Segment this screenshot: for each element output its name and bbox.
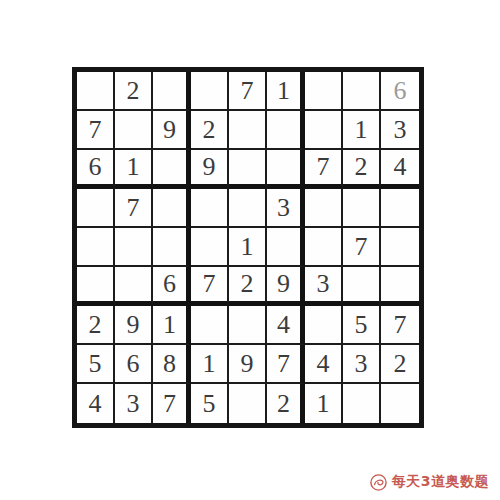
cell-r6c6[interactable]: 9 xyxy=(267,267,305,306)
cell-r8c9[interactable]: 2 xyxy=(381,345,419,384)
cell-r9c2[interactable]: 3 xyxy=(115,384,153,423)
cell-r4c4[interactable] xyxy=(191,189,229,228)
cell-r5c2[interactable] xyxy=(115,228,153,267)
cell-r3c6[interactable] xyxy=(267,150,305,189)
cell-r3c9[interactable]: 4 xyxy=(381,150,419,189)
cell-r4c5[interactable] xyxy=(229,189,267,228)
cell-r8c8[interactable]: 3 xyxy=(343,345,381,384)
cell-r1c5[interactable]: 7 xyxy=(229,72,267,111)
cell-r4c8[interactable] xyxy=(343,189,381,228)
cell-r7c5[interactable] xyxy=(229,306,267,345)
cell-r7c1[interactable]: 2 xyxy=(77,306,115,345)
cell-r7c8[interactable]: 5 xyxy=(343,306,381,345)
cell-r9c7[interactable]: 1 xyxy=(305,384,343,423)
cell-r1c8[interactable] xyxy=(343,72,381,111)
cell-r9c8[interactable] xyxy=(343,384,381,423)
cell-r2c5[interactable] xyxy=(229,111,267,150)
cell-r5c6[interactable] xyxy=(267,228,305,267)
cell-r4c1[interactable] xyxy=(77,189,115,228)
cell-r8c6[interactable]: 7 xyxy=(267,345,305,384)
cell-r8c5[interactable]: 9 xyxy=(229,345,267,384)
cell-r8c4[interactable]: 1 xyxy=(191,345,229,384)
cell-r1c4[interactable] xyxy=(191,72,229,111)
cell-r3c8[interactable]: 2 xyxy=(343,150,381,189)
cell-r8c1[interactable]: 5 xyxy=(77,345,115,384)
cell-r4c7[interactable] xyxy=(305,189,343,228)
cell-r2c9[interactable]: 3 xyxy=(381,111,419,150)
cell-r3c2[interactable]: 1 xyxy=(115,150,153,189)
cell-r5c4[interactable] xyxy=(191,228,229,267)
watermark-text: 每天3道奥数题 xyxy=(392,473,489,491)
cell-r6c2[interactable] xyxy=(115,267,153,306)
cell-r3c4[interactable]: 9 xyxy=(191,150,229,189)
cell-r9c5[interactable] xyxy=(229,384,267,423)
cell-r7c7[interactable] xyxy=(305,306,343,345)
cell-r3c3[interactable] xyxy=(153,150,191,189)
cell-r8c3[interactable]: 8 xyxy=(153,345,191,384)
cell-r5c8[interactable]: 7 xyxy=(343,228,381,267)
cell-r4c2[interactable]: 7 xyxy=(115,189,153,228)
cell-r6c8[interactable] xyxy=(343,267,381,306)
cell-r6c5[interactable]: 2 xyxy=(229,267,267,306)
cell-r3c5[interactable] xyxy=(229,150,267,189)
cell-r1c1[interactable] xyxy=(77,72,115,111)
cell-r4c3[interactable] xyxy=(153,189,191,228)
cell-r5c9[interactable] xyxy=(381,228,419,267)
cell-r9c9[interactable] xyxy=(381,384,419,423)
cell-r9c3[interactable]: 7 xyxy=(153,384,191,423)
cell-r7c9[interactable]: 7 xyxy=(381,306,419,345)
cell-r2c8[interactable]: 1 xyxy=(343,111,381,150)
cell-r4c9[interactable] xyxy=(381,189,419,228)
cell-r1c3[interactable] xyxy=(153,72,191,111)
cell-r7c2[interactable]: 9 xyxy=(115,306,153,345)
cell-r7c3[interactable]: 1 xyxy=(153,306,191,345)
page: 2716792136197247317672932914575681974324… xyxy=(0,0,500,500)
cell-r9c6[interactable]: 2 xyxy=(267,384,305,423)
cell-r3c1[interactable]: 6 xyxy=(77,150,115,189)
cell-r3c7[interactable]: 7 xyxy=(305,150,343,189)
cell-r1c9[interactable]: 6 xyxy=(381,72,419,111)
cell-r2c6[interactable] xyxy=(267,111,305,150)
sudoku-board: 2716792136197247317672932914575681974324… xyxy=(72,67,424,428)
cell-r2c1[interactable]: 7 xyxy=(77,111,115,150)
cell-r6c7[interactable]: 3 xyxy=(305,267,343,306)
cell-r1c6[interactable]: 1 xyxy=(267,72,305,111)
cell-r2c7[interactable] xyxy=(305,111,343,150)
cell-r5c1[interactable] xyxy=(77,228,115,267)
watermark: 每天3道奥数题 xyxy=(370,473,489,491)
shrimp-logo-icon xyxy=(370,474,387,491)
cell-r6c9[interactable] xyxy=(381,267,419,306)
cell-r7c6[interactable]: 4 xyxy=(267,306,305,345)
cell-r6c4[interactable]: 7 xyxy=(191,267,229,306)
cell-r6c1[interactable] xyxy=(77,267,115,306)
cell-r1c7[interactable] xyxy=(305,72,343,111)
cell-r8c7[interactable]: 4 xyxy=(305,345,343,384)
cell-r7c4[interactable] xyxy=(191,306,229,345)
cell-r9c1[interactable]: 4 xyxy=(77,384,115,423)
cell-r5c5[interactable]: 1 xyxy=(229,228,267,267)
cell-r2c4[interactable]: 2 xyxy=(191,111,229,150)
cell-r6c3[interactable]: 6 xyxy=(153,267,191,306)
cell-r5c3[interactable] xyxy=(153,228,191,267)
cell-r1c2[interactable]: 2 xyxy=(115,72,153,111)
cell-r5c7[interactable] xyxy=(305,228,343,267)
cell-r8c2[interactable]: 6 xyxy=(115,345,153,384)
cell-r4c6[interactable]: 3 xyxy=(267,189,305,228)
cell-r9c4[interactable]: 5 xyxy=(191,384,229,423)
cell-r2c3[interactable]: 9 xyxy=(153,111,191,150)
cell-r2c2[interactable] xyxy=(115,111,153,150)
